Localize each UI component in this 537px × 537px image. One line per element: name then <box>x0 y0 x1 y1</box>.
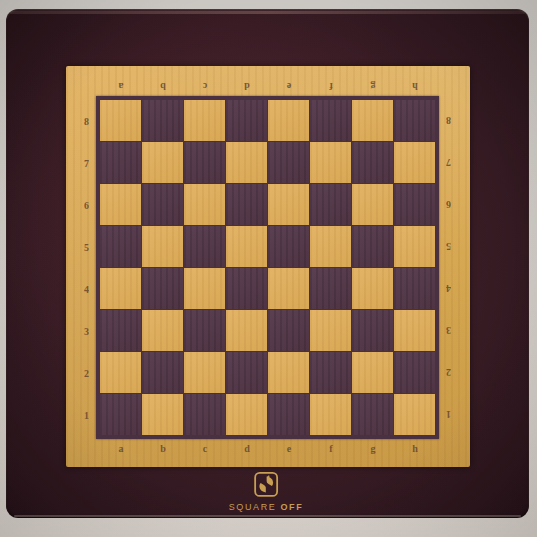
square-b3 <box>142 310 183 351</box>
brand-name-secondary: OFF <box>280 502 303 512</box>
square-c7 <box>184 142 225 183</box>
square-b5 <box>142 226 183 267</box>
square-e4 <box>268 268 309 309</box>
square-g3 <box>352 310 393 351</box>
square-h1 <box>394 394 435 435</box>
square-b6 <box>142 184 183 225</box>
square-c2 <box>184 352 225 393</box>
square-h8 <box>394 100 435 141</box>
file-label-bottom-b: b <box>142 440 184 457</box>
square-d4 <box>226 268 267 309</box>
square-f1 <box>310 394 351 435</box>
square-h2 <box>394 352 435 393</box>
brand-logo-text: SQUARE OFF <box>229 502 304 512</box>
square-f3 <box>310 310 351 351</box>
square-g1 <box>352 394 393 435</box>
rank-label-right-2: 2 <box>440 352 457 394</box>
file-label-top-h: h <box>394 78 436 95</box>
square-c8 <box>184 100 225 141</box>
square-a5 <box>100 226 141 267</box>
square-h4 <box>394 268 435 309</box>
square-d1 <box>226 394 267 435</box>
square-e5 <box>268 226 309 267</box>
rank-label-left-1: 1 <box>78 394 95 436</box>
file-label-top-f: f <box>310 78 352 95</box>
file-label-top-e: e <box>268 78 310 95</box>
square-h7 <box>394 142 435 183</box>
square-b1 <box>142 394 183 435</box>
file-labels-top: abcdefgh <box>100 78 436 95</box>
square-f4 <box>310 268 351 309</box>
board-grid <box>96 96 439 439</box>
file-label-bottom-f: f <box>310 440 352 457</box>
rank-label-left-2: 2 <box>78 352 95 394</box>
rank-label-right-4: 4 <box>440 268 457 310</box>
brand-name-primary: SQUARE <box>229 502 277 512</box>
square-f8 <box>310 100 351 141</box>
square-a6 <box>100 184 141 225</box>
square-e1 <box>268 394 309 435</box>
knight-icon <box>253 471 278 498</box>
square-f7 <box>310 142 351 183</box>
square-g6 <box>352 184 393 225</box>
photo-background: abcdefgh 87654321 87654321 abcdefgh SQUA… <box>0 0 537 537</box>
square-e6 <box>268 184 309 225</box>
square-a7 <box>100 142 141 183</box>
square-d8 <box>226 100 267 141</box>
rank-label-left-8: 8 <box>78 100 95 142</box>
square-g2 <box>352 352 393 393</box>
square-c4 <box>184 268 225 309</box>
file-label-top-d: d <box>226 78 268 95</box>
rank-label-left-5: 5 <box>78 226 95 268</box>
file-label-bottom-d: d <box>226 440 268 457</box>
square-e7 <box>268 142 309 183</box>
file-label-top-b: b <box>142 78 184 95</box>
square-g7 <box>352 142 393 183</box>
square-d5 <box>226 226 267 267</box>
rank-label-right-3: 3 <box>440 310 457 352</box>
rank-label-left-6: 6 <box>78 184 95 226</box>
rank-label-right-7: 7 <box>440 142 457 184</box>
square-b2 <box>142 352 183 393</box>
square-f2 <box>310 352 351 393</box>
square-d7 <box>226 142 267 183</box>
square-d2 <box>226 352 267 393</box>
square-g8 <box>352 100 393 141</box>
rank-labels-right: 87654321 <box>440 100 457 436</box>
file-label-top-a: a <box>100 78 142 95</box>
file-label-top-g: g <box>352 78 394 95</box>
square-f6 <box>310 184 351 225</box>
square-e2 <box>268 352 309 393</box>
square-a3 <box>100 310 141 351</box>
rank-label-right-5: 5 <box>440 226 457 268</box>
square-a2 <box>100 352 141 393</box>
file-label-bottom-h: h <box>394 440 436 457</box>
file-label-bottom-e: e <box>268 440 310 457</box>
rank-label-right-1: 1 <box>440 394 457 436</box>
rank-label-left-4: 4 <box>78 268 95 310</box>
square-g5 <box>352 226 393 267</box>
brand-logo: SQUARE OFF <box>229 471 304 512</box>
rank-label-right-6: 6 <box>440 184 457 226</box>
square-d3 <box>226 310 267 351</box>
square-a8 <box>100 100 141 141</box>
file-label-bottom-g: g <box>352 440 394 457</box>
square-a1 <box>100 394 141 435</box>
rank-labels-left: 87654321 <box>78 100 95 436</box>
file-labels-bottom: abcdefgh <box>100 440 436 457</box>
square-a4 <box>100 268 141 309</box>
file-label-bottom-a: a <box>100 440 142 457</box>
square-b7 <box>142 142 183 183</box>
rank-label-left-3: 3 <box>78 310 95 352</box>
square-f5 <box>310 226 351 267</box>
rank-label-left-7: 7 <box>78 142 95 184</box>
square-e8 <box>268 100 309 141</box>
square-c5 <box>184 226 225 267</box>
square-h5 <box>394 226 435 267</box>
square-c1 <box>184 394 225 435</box>
square-b8 <box>142 100 183 141</box>
square-h6 <box>394 184 435 225</box>
square-b4 <box>142 268 183 309</box>
square-c6 <box>184 184 225 225</box>
rank-label-right-8: 8 <box>440 100 457 142</box>
file-label-top-c: c <box>184 78 226 95</box>
file-label-bottom-c: c <box>184 440 226 457</box>
square-d6 <box>226 184 267 225</box>
square-e3 <box>268 310 309 351</box>
square-c3 <box>184 310 225 351</box>
square-h3 <box>394 310 435 351</box>
square-g4 <box>352 268 393 309</box>
